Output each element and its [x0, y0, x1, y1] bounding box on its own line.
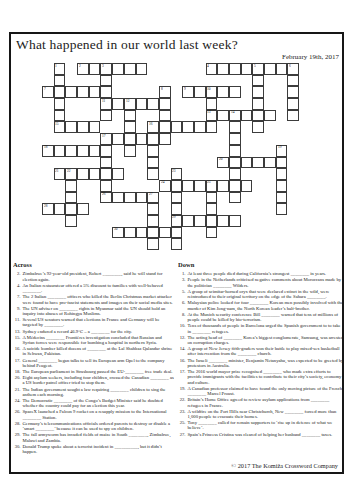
cell-number: 1 [55, 64, 57, 68]
clue-text: A wildfire on the Port Hills near Christ… [188, 408, 345, 419]
across-heading: Across [13, 261, 174, 269]
grid-cell[interactable] [112, 98, 124, 110]
grid-cell[interactable] [100, 180, 112, 192]
grid-cell[interactable] [159, 110, 171, 122]
clue-text: Malaysian police looked for four _______… [188, 300, 345, 311]
cell-number: 17 [102, 134, 106, 138]
grid-cell[interactable] [182, 215, 194, 227]
cell-number: 16 [149, 122, 153, 126]
grid-cell[interactable] [136, 192, 148, 204]
grid-cell[interactable] [159, 133, 171, 145]
grid-cell[interactable]: 25 [206, 180, 218, 192]
clue-text: The Israeli ________ minister, Benjamin … [188, 357, 345, 368]
clue-text: An Italian restaurateur offered a 5% dis… [23, 282, 175, 293]
clue-number: 27. [178, 431, 188, 436]
grid-cell[interactable] [252, 86, 264, 98]
cell-number: 12 [126, 99, 130, 103]
down-clue: 6.Malaysian police looked for four _____… [178, 300, 344, 311]
grid-cell[interactable] [54, 203, 66, 215]
grid-cell[interactable] [229, 121, 241, 133]
grid-cell[interactable] [217, 110, 229, 122]
grid-cell[interactable]: 8 [159, 86, 171, 98]
grid-cell[interactable]: 10 [206, 86, 218, 98]
grid-cell[interactable] [89, 86, 101, 98]
grid-cell[interactable] [77, 121, 89, 133]
clue-text: A Médecins ________ Frontières investiga… [23, 334, 175, 345]
grid-cell[interactable] [89, 145, 101, 157]
across-clue: 13.Sydney endured a record 46.9°C – a __… [13, 328, 174, 333]
clue-number: 25. [178, 420, 188, 431]
cell-number: 4 [207, 64, 209, 68]
across-clue: 30.Donald Trump spoke about a terrorist … [13, 444, 174, 455]
clue-number: 7. [13, 294, 23, 305]
grid-cell[interactable] [171, 121, 183, 133]
grid-cell[interactable] [100, 157, 112, 169]
down-clue: 10.Tens of thousands of people in Barcel… [178, 323, 344, 334]
grid-cell[interactable] [136, 63, 148, 75]
cell-number: 21 [55, 169, 59, 173]
grid-cell[interactable] [241, 63, 253, 75]
clue-number: 17. [13, 357, 23, 368]
across-clue: 20.Eight asylum seekers, including four … [13, 375, 174, 386]
clue-number: 19. [178, 386, 188, 397]
clue-text: Donald Trump spoke about a terrorist inc… [23, 444, 175, 455]
clue-text: People in the Netherlands criticised neg… [188, 277, 345, 288]
clue-number: 1. [178, 271, 188, 276]
across-clue: 17.General ________ began talks to sell … [13, 357, 174, 368]
grid-cell[interactable]: 3 [100, 63, 112, 75]
crossword-page: What happened in our world last week? Fe… [0, 0, 354, 500]
grid-cell[interactable] [89, 168, 101, 180]
grid-cell[interactable] [206, 121, 218, 133]
grid-cell[interactable] [206, 203, 218, 215]
grid-cell[interactable] [252, 98, 264, 110]
grid-cell[interactable] [229, 168, 241, 180]
across-clues-list: 2.Zimbabwe’s 92-year-old president, Robe… [13, 271, 174, 454]
grid-cell[interactable]: 26 [100, 192, 112, 204]
clue-text: A suicide bomber killed dozens of ______… [23, 346, 175, 357]
clue-number: 16. [178, 357, 188, 368]
grid-cell[interactable] [276, 168, 288, 180]
grid-cell[interactable] [89, 121, 101, 133]
grid-cell[interactable] [287, 110, 299, 122]
copyright-label: © 2017 The Komiža Crossword Company [9, 462, 338, 469]
grid-cell[interactable] [124, 145, 136, 157]
cell-number: 10 [207, 87, 211, 91]
grid-cell[interactable] [206, 98, 218, 110]
grid-cell[interactable] [100, 145, 112, 157]
grid-cell[interactable] [264, 110, 276, 122]
clue-number: 18. [13, 369, 23, 374]
down-clue: 27.Spain’s Princess Cristina was cleared… [178, 431, 344, 436]
grid-cell[interactable] [65, 192, 77, 204]
grid-cell[interactable] [100, 75, 112, 87]
grid-cell[interactable] [54, 145, 66, 157]
grid-cell[interactable] [287, 75, 299, 87]
down-clue: 23.A wildfire on the Port Hills near Chr… [178, 408, 344, 419]
grid-cell[interactable]: 24 [159, 180, 171, 192]
cell-number: 11 [102, 99, 105, 103]
grid-cell[interactable] [171, 203, 183, 215]
grid-cell[interactable] [77, 168, 89, 180]
grid-cell[interactable] [206, 227, 218, 239]
down-clue: 22.Britain’s Home Office agreed to revie… [178, 397, 344, 408]
grid-cell[interactable]: 13 [206, 110, 218, 122]
grid-cell[interactable] [252, 110, 264, 122]
grid-cell[interactable] [171, 238, 183, 250]
grid-cell[interactable] [241, 157, 253, 169]
cell-number: 15 [55, 122, 59, 126]
grid-cell[interactable]: 19 [276, 145, 288, 157]
clue-text: At least three people died during Califo… [188, 271, 345, 276]
clue-text: Tens of thousands of people in Barcelona… [188, 323, 345, 334]
grid-cell[interactable] [147, 133, 159, 145]
clue-number: 4. [13, 282, 23, 293]
across-clue: 15.A Médecins ________ Frontières invest… [13, 334, 174, 345]
clue-number: 3. [178, 277, 188, 288]
clue-number: 21. [13, 386, 23, 397]
clue-text: The fall armyworm has invaded fields of … [23, 432, 175, 443]
grid-cell[interactable]: 11 [100, 98, 112, 110]
grid-cell[interactable]: 1 [54, 63, 66, 75]
grid-cell[interactable] [194, 121, 206, 133]
grid-cell[interactable] [124, 133, 136, 145]
grid-cell[interactable] [206, 192, 218, 204]
clue-text: The European parliament in Strasbourg pa… [23, 369, 175, 374]
down-clues-list: 1.At least three people died during Cali… [178, 271, 344, 437]
clue-number: 15. [13, 334, 23, 345]
grid-cell[interactable] [147, 98, 159, 110]
grid-cell[interactable]: 17 [100, 133, 112, 145]
grid-cell[interactable] [229, 63, 241, 75]
cell-number: 27 [149, 192, 153, 196]
cell-number: 14 [231, 110, 235, 114]
grid-cell[interactable] [147, 238, 159, 250]
down-clue: 25.Tony ________ called for remain suppo… [178, 420, 344, 431]
clue-number: 17. [178, 369, 188, 385]
cell-number: 22 [67, 169, 71, 173]
grid-cell[interactable] [182, 121, 194, 133]
grid-cell[interactable]: 28 [42, 203, 54, 215]
clue-number: 8. [178, 311, 188, 322]
down-clue: 17.The 2016 world mayor prize recognised… [178, 369, 344, 385]
across-clue: 2.Zimbabwe’s 92-year-old president, Robe… [13, 271, 174, 282]
clue-text: A Canadian professor claimed to have fou… [188, 386, 345, 397]
grid-cell[interactable]: 27 [147, 192, 159, 204]
clue-text: At the Munich security conference Bill _… [188, 311, 345, 322]
clue-number: 13. [13, 328, 23, 333]
grid-cell[interactable] [65, 203, 77, 215]
clue-number: 28. [13, 421, 23, 432]
cell-number: 19 [278, 145, 282, 149]
down-clues-section: Down 1.At least three people died during… [178, 261, 344, 437]
grid-cell[interactable] [112, 168, 124, 180]
grid-cell[interactable] [194, 180, 206, 192]
cell-number: 28 [44, 204, 48, 208]
grid-cell[interactable] [65, 180, 77, 192]
down-clue: 1.At least three people died during Cali… [178, 271, 344, 276]
cell-number: 20 [219, 157, 223, 161]
grid-cell[interactable] [147, 168, 159, 180]
grid-cell[interactable]: 16 [147, 121, 159, 133]
across-clue: 16.A suicide bomber killed dozens of ___… [13, 346, 174, 357]
grid-cell[interactable] [100, 110, 112, 122]
grid-cell[interactable] [136, 98, 148, 110]
grid-cell[interactable] [229, 192, 241, 204]
page-title: What happened in our world last week? [16, 37, 316, 53]
grid-cell[interactable] [276, 157, 288, 169]
clue-text: SpaceX launched a Falcon 9 rocket on a r… [23, 409, 175, 420]
down-clue: 16.The Israeli ________ minister, Benjam… [178, 357, 344, 368]
grid-cell[interactable] [287, 98, 299, 110]
clue-text: Tony ________ called for remain supporte… [188, 420, 345, 431]
grid-cell[interactable] [182, 180, 194, 192]
grid-cell[interactable]: 7 [42, 86, 54, 98]
grid-cell[interactable] [276, 63, 288, 75]
grid-cell[interactable] [171, 227, 183, 239]
grid-cell[interactable] [276, 180, 288, 192]
clue-text: General ________ began talks to sell its… [23, 357, 175, 368]
grid-cell[interactable] [112, 192, 124, 204]
grid-cell[interactable] [136, 227, 148, 239]
grid-cell[interactable] [264, 157, 276, 169]
clue-number: 9. [13, 305, 23, 316]
down-clue: 12.The acting head of ________ Korea’s b… [178, 334, 344, 345]
across-clue: 7.The 2 Italian ________ officers who ki… [13, 294, 174, 305]
grid-cell[interactable] [124, 110, 136, 122]
grid-cell[interactable] [229, 157, 241, 169]
grid-cell[interactable] [241, 180, 253, 192]
clue-text: Britain’s Home Office agreed to review a… [188, 397, 345, 408]
clue-text: Eight asylum seekers, including four chi… [23, 375, 175, 386]
grid-cell[interactable] [124, 192, 136, 204]
grid-cell[interactable] [217, 215, 229, 227]
cell-number: 2 [79, 64, 81, 68]
cell-number: 9 [184, 87, 186, 91]
clue-number: 10. [178, 323, 188, 334]
cell-number: 26 [102, 192, 106, 196]
clue-number: 22. [178, 397, 188, 408]
clue-number: 16. [13, 346, 23, 357]
date-label: February 19th, 2017 [9, 53, 339, 61]
grid-cell[interactable] [287, 86, 299, 98]
clue-number: 6. [178, 300, 188, 311]
across-clue: 9.The UN adviser on ________ rights in M… [13, 305, 174, 316]
grid-cell[interactable] [194, 215, 206, 227]
across-clue: 24.The Democratic ________ of the Congo’… [13, 398, 174, 409]
clue-text: The Indian government sought a law requi… [23, 386, 175, 397]
grid-cell[interactable]: 30 [112, 227, 124, 239]
grid-cell[interactable]: 12 [124, 98, 136, 110]
down-clue: 19.A Canadian professor claimed to have … [178, 386, 344, 397]
grid-cell[interactable] [77, 203, 89, 215]
cell-number: 24 [161, 180, 165, 184]
grid-cell[interactable] [217, 63, 229, 75]
grid-cell[interactable] [229, 180, 241, 192]
grid-cell[interactable] [264, 63, 276, 75]
across-clue: 11.Several US senators warned that elect… [13, 317, 174, 328]
grid-cell[interactable] [124, 121, 136, 133]
grid-cell[interactable] [171, 192, 183, 204]
clue-text: Zimbabwe’s 92-year-old president, Robert… [23, 271, 175, 282]
grid-cell[interactable] [159, 121, 171, 133]
cell-number: 30 [114, 227, 118, 231]
clue-text: The Democratic ________ of the Congo’s B… [23, 398, 175, 409]
grid-cell[interactable]: 18 [42, 145, 54, 157]
cell-number: 13 [207, 110, 211, 114]
across-clue: 21.The Indian government sought a law re… [13, 386, 174, 397]
grid-cell[interactable]: 5 [252, 63, 264, 75]
clue-number: 5. [178, 289, 188, 300]
grid-cell[interactable] [147, 145, 159, 157]
across-clue: 26.SpaceX launched a Falcon 9 rocket on … [13, 409, 174, 420]
grid-cell[interactable] [147, 215, 159, 227]
cell-number: 23 [172, 169, 176, 173]
grid-cell[interactable] [147, 227, 159, 239]
grid-cell[interactable] [276, 192, 288, 204]
grid-cell[interactable]: 20 [217, 157, 229, 169]
grid-cell[interactable] [77, 145, 89, 157]
grid-cell[interactable] [100, 168, 112, 180]
grid-cell[interactable] [147, 203, 159, 215]
across-clue: 4.An Italian restaurateur offered a 5% d… [13, 282, 174, 293]
grid-cell[interactable] [252, 121, 264, 133]
grid-cell[interactable] [206, 215, 218, 227]
grid-cell[interactable] [217, 180, 229, 192]
clue-text: Spain’s Princess Cristina was cleared of… [188, 431, 345, 436]
grid-cell[interactable] [65, 86, 77, 98]
grid-cell[interactable] [147, 157, 159, 169]
cell-number: 18 [44, 145, 48, 149]
grid-cell[interactable] [229, 215, 241, 227]
grid-cell[interactable]: 14 [229, 110, 241, 122]
clue-number: 11. [13, 317, 23, 328]
grid-cell[interactable] [252, 157, 264, 169]
grid-cell[interactable] [229, 133, 241, 145]
cell-number: 3 [102, 64, 104, 68]
across-clue: 28.Germany’s telecommunications official… [13, 421, 174, 432]
clue-number: 14. [178, 346, 188, 357]
clue-number: 2. [13, 271, 23, 282]
clue-text: A group of scimitar-horned oryx that wer… [188, 289, 345, 300]
grid-cell[interactable]: 2 [77, 63, 89, 75]
cell-number: 6 [289, 64, 291, 68]
across-clue: 29.The fall armyworm has invaded fields … [13, 432, 174, 443]
clue-number: 12. [178, 334, 188, 345]
down-clue: 3.People in the Netherlands criticised n… [178, 277, 344, 288]
down-heading: Down [178, 261, 344, 269]
cell-number: 5 [254, 64, 256, 68]
grid-cell[interactable] [65, 121, 77, 133]
grid-cell[interactable]: 29 [171, 215, 183, 227]
grid-cell[interactable] [65, 145, 77, 157]
grid-cell[interactable] [77, 86, 89, 98]
clue-number: 26. [13, 409, 23, 420]
grid-cell[interactable] [276, 203, 288, 215]
crossword-grid: 1234567891011121314151617181920212223242… [42, 63, 299, 250]
grid-cell[interactable] [112, 133, 124, 145]
clue-number: 20. [13, 375, 23, 386]
grid-cell[interactable] [54, 75, 66, 87]
grid-cell[interactable] [241, 110, 253, 122]
grid-cell[interactable] [229, 86, 241, 98]
clue-number: 29. [13, 432, 23, 443]
grid-cell[interactable] [54, 86, 66, 98]
grid-cell[interactable]: 15 [54, 121, 66, 133]
grid-cell[interactable]: 23 [171, 168, 183, 180]
grid-cell[interactable] [65, 215, 77, 227]
clue-text: A group of New Jersey fifth-graders won … [188, 346, 345, 357]
grid-cell[interactable] [252, 75, 264, 87]
clue-text: Germany’s telecommunications officials o… [23, 421, 175, 432]
grid-cell[interactable] [89, 63, 101, 75]
grid-cell[interactable] [124, 63, 136, 75]
across-clues-section: Across 2.Zimbabwe’s 92-year-old presiden… [13, 261, 174, 455]
clue-number: 30. [13, 444, 23, 455]
cell-number: 7 [44, 87, 46, 91]
down-clue: 5.A group of scimitar-horned oryx that w… [178, 289, 344, 300]
clue-text: The acting head of ________ Korea’s bigg… [188, 334, 345, 345]
clue-text: The UN adviser on ________ rights in Mya… [23, 305, 175, 316]
clue-text: Several US senators warned that election… [23, 317, 175, 328]
grid-cell[interactable] [159, 227, 171, 239]
grid-cell[interactable] [112, 63, 124, 75]
grid-cell[interactable] [217, 86, 229, 98]
grid-cell[interactable] [136, 133, 148, 145]
grid-cell[interactable]: 22 [65, 168, 77, 180]
cell-number: 29 [172, 215, 176, 219]
across-clue: 18.The European parliament in Strasbourg… [13, 369, 174, 374]
cell-number: 25 [207, 180, 211, 184]
grid-cell[interactable] [54, 110, 66, 122]
grid-cell[interactable]: 9 [182, 86, 194, 98]
grid-cell[interactable] [159, 98, 171, 110]
clue-text: The 2 Italian ________ officers who kill… [23, 294, 175, 305]
down-clue: 8.At the Munich security conference Bill… [178, 311, 344, 322]
grid-cell[interactable] [229, 145, 241, 157]
clue-number: 23. [178, 408, 188, 419]
grid-cell[interactable] [194, 86, 206, 98]
clue-number: 24. [13, 398, 23, 409]
grid-cell[interactable] [124, 227, 136, 239]
grid-cell[interactable] [54, 98, 66, 110]
grid-cell[interactable]: 4 [206, 63, 218, 75]
grid-cell[interactable] [171, 180, 183, 192]
down-clue: 14.A group of New Jersey fifth-graders w… [178, 346, 344, 357]
cell-number: 8 [161, 87, 163, 91]
grid-cell[interactable] [100, 86, 112, 98]
grid-cell[interactable]: 6 [287, 63, 299, 75]
clue-text: The 2016 world mayor prize recognised __… [188, 369, 345, 385]
grid-cell[interactable]: 21 [54, 168, 66, 180]
clue-text: Sydney endured a record 46.9°C – a _____… [23, 328, 175, 333]
